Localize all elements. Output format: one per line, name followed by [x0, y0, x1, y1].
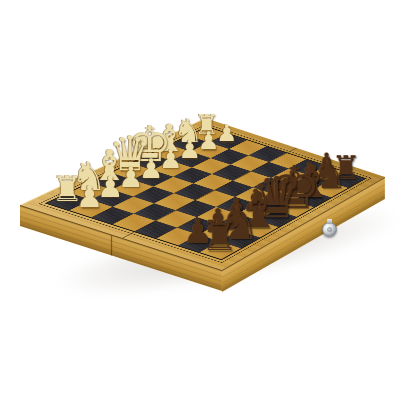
chess-set-photo: ♜♟♞♟♝♟♚♟♛♟♟♜♝♟♟♞♞♟♟♝♜♟♟♚♟♛♟♝♟♞♟♜ [0, 0, 400, 400]
white-pawn-a2[interactable]: ♟ [76, 182, 103, 212]
clasp-icon [322, 222, 337, 237]
black-rook-a8[interactable]: ♜ [201, 215, 238, 257]
fold-seam-edge [111, 235, 112, 255]
